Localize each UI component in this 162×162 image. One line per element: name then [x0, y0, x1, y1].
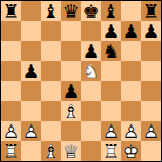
square-c3[interactable]	[41, 101, 61, 121]
black-bishop[interactable]: ♝	[101, 1, 121, 21]
white-bishop[interactable]: ♝♗	[41, 141, 61, 161]
square-a4[interactable]	[1, 81, 21, 101]
square-f2[interactable]: ♟♙	[101, 121, 121, 141]
black-pawn[interactable]: ♟	[141, 21, 161, 41]
square-f8[interactable]: ♝	[101, 1, 121, 21]
square-b7[interactable]	[21, 21, 41, 41]
square-g2[interactable]: ♟♙	[121, 121, 141, 141]
white-pawn[interactable]: ♟♙	[1, 121, 21, 141]
piece-outline: ♙	[141, 121, 161, 141]
black-king[interactable]: ♚	[81, 1, 101, 21]
square-e6[interactable]: ♟	[81, 41, 101, 61]
square-c4[interactable]	[41, 81, 61, 101]
square-g4[interactable]	[121, 81, 141, 101]
square-d4[interactable]: ♟	[61, 81, 81, 101]
square-d1[interactable]: ♛♕	[61, 141, 81, 161]
white-pawn[interactable]: ♟♙	[121, 121, 141, 141]
piece-outline: ♕	[61, 141, 81, 161]
square-a3[interactable]	[1, 101, 21, 121]
piece-outline: ♙	[1, 121, 21, 141]
square-b6[interactable]	[21, 41, 41, 61]
piece-outline: ♗	[61, 101, 81, 121]
square-a8[interactable]: ♜	[1, 1, 21, 21]
square-h2[interactable]: ♟♙	[141, 121, 161, 141]
black-pawn[interactable]: ♟	[101, 21, 121, 41]
square-b5[interactable]: ♟	[21, 61, 41, 81]
square-h4[interactable]	[141, 81, 161, 101]
square-e7[interactable]	[81, 21, 101, 41]
square-d6[interactable]	[61, 41, 81, 61]
square-b3[interactable]	[21, 101, 41, 121]
square-f1[interactable]: ♜♖	[101, 141, 121, 161]
square-h6[interactable]	[141, 41, 161, 61]
square-d7[interactable]	[61, 21, 81, 41]
square-a1[interactable]: ♜♖	[1, 141, 21, 161]
piece-outline: ♙	[21, 121, 41, 141]
black-pawn[interactable]: ♟	[81, 41, 101, 61]
square-e4[interactable]	[81, 81, 101, 101]
square-a5[interactable]	[1, 61, 21, 81]
square-h1[interactable]	[141, 141, 161, 161]
black-rook[interactable]: ♜	[1, 1, 21, 21]
black-queen[interactable]: ♛	[61, 1, 81, 21]
square-h5[interactable]	[141, 61, 161, 81]
white-pawn[interactable]: ♟♙	[101, 121, 121, 141]
square-f7[interactable]: ♟	[101, 21, 121, 41]
piece-outline: ♙	[121, 121, 141, 141]
square-d3[interactable]: ♝♗	[61, 101, 81, 121]
square-b4[interactable]	[21, 81, 41, 101]
piece-outline: ♗	[41, 141, 61, 161]
white-knight[interactable]: ♞♘	[81, 61, 101, 81]
square-a2[interactable]: ♟♙	[1, 121, 21, 141]
square-g6[interactable]	[121, 41, 141, 61]
square-h7[interactable]: ♟	[141, 21, 161, 41]
black-knight[interactable]: ♞	[101, 41, 121, 61]
black-pawn[interactable]: ♟	[61, 81, 81, 101]
white-king[interactable]: ♚♔	[121, 141, 141, 161]
white-rook[interactable]: ♜♖	[101, 141, 121, 161]
square-c2[interactable]	[41, 121, 61, 141]
square-c7[interactable]	[41, 21, 61, 41]
square-a7[interactable]	[1, 21, 21, 41]
white-queen[interactable]: ♛♕	[61, 141, 81, 161]
square-g1[interactable]: ♚♔	[121, 141, 141, 161]
square-g8[interactable]	[121, 1, 141, 21]
square-e5[interactable]: ♞♘	[81, 61, 101, 81]
square-e2[interactable]	[81, 121, 101, 141]
square-f3[interactable]	[101, 101, 121, 121]
square-f6[interactable]: ♞	[101, 41, 121, 61]
square-c5[interactable]	[41, 61, 61, 81]
square-a6[interactable]	[1, 41, 21, 61]
piece-outline: ♖	[1, 141, 21, 161]
square-c1[interactable]: ♝♗	[41, 141, 61, 161]
square-g5[interactable]	[121, 61, 141, 81]
black-rook[interactable]: ♜	[141, 1, 161, 21]
square-h3[interactable]	[141, 101, 161, 121]
black-pawn[interactable]: ♟	[21, 61, 41, 81]
square-d5[interactable]	[61, 61, 81, 81]
square-e8[interactable]: ♚	[81, 1, 101, 21]
square-f4[interactable]	[101, 81, 121, 101]
square-h8[interactable]: ♜	[141, 1, 161, 21]
white-pawn[interactable]: ♟♙	[21, 121, 41, 141]
square-b8[interactable]	[21, 1, 41, 21]
black-bishop[interactable]: ♝	[41, 1, 61, 21]
square-d8[interactable]: ♛	[61, 1, 81, 21]
white-pawn[interactable]: ♟♙	[141, 121, 161, 141]
square-b2[interactable]: ♟♙	[21, 121, 41, 141]
piece-outline: ♙	[101, 121, 121, 141]
white-rook[interactable]: ♜♖	[1, 141, 21, 161]
piece-outline: ♖	[101, 141, 121, 161]
square-d2[interactable]	[61, 121, 81, 141]
piece-outline: ♘	[81, 61, 101, 81]
white-bishop[interactable]: ♝♗	[61, 101, 81, 121]
square-g7[interactable]: ♟	[121, 21, 141, 41]
square-b1[interactable]	[21, 141, 41, 161]
chess-board: ♜♝♛♚♝♜♟♟♟♟♞♟♞♘♟♝♗♟♙♟♙♟♙♟♙♟♙♜♖♝♗♛♕♜♖♚♔	[0, 0, 162, 162]
black-pawn[interactable]: ♟	[121, 21, 141, 41]
square-c8[interactable]: ♝	[41, 1, 61, 21]
square-c6[interactable]	[41, 41, 61, 61]
square-e3[interactable]	[81, 101, 101, 121]
square-e1[interactable]	[81, 141, 101, 161]
square-f5[interactable]	[101, 61, 121, 81]
piece-outline: ♔	[121, 141, 141, 161]
square-g3[interactable]	[121, 101, 141, 121]
